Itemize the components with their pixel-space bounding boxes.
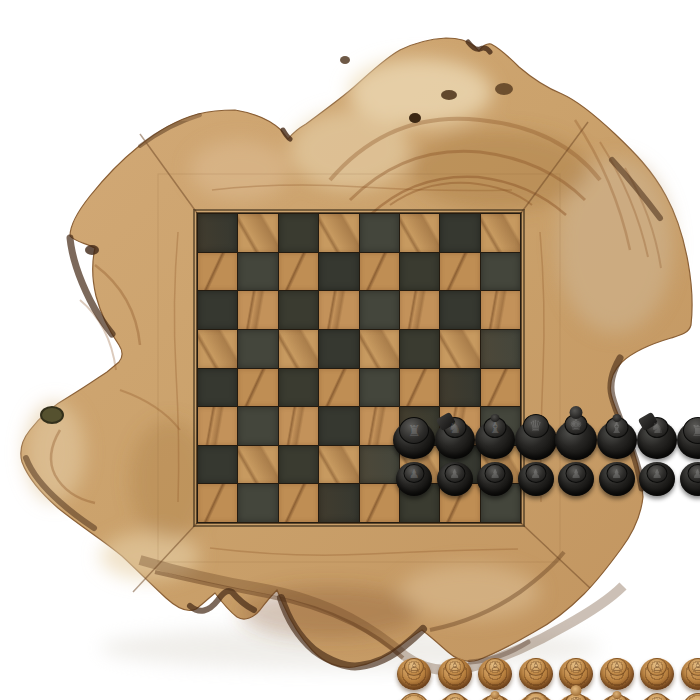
square-b6[interactable] xyxy=(238,291,277,329)
square-g7[interactable] xyxy=(440,253,479,291)
square-e5[interactable] xyxy=(360,330,399,368)
piece-black-pawn-g7[interactable]: ♟ xyxy=(638,454,676,496)
square-g4[interactable] xyxy=(440,369,479,407)
bishop-tip xyxy=(612,691,621,699)
piece-cap xyxy=(404,464,425,483)
square-e6[interactable] xyxy=(360,291,399,329)
square-c4[interactable] xyxy=(279,369,318,407)
chess-board: ♜♞♝♛♚♝♞♜♟♟♟♟♟♟♟♟♙♙♙♙♙♙♙♙♖♘♗♕♔♗♘♖ xyxy=(197,213,521,523)
piece-cap xyxy=(566,658,586,676)
piece-black-king-e8[interactable]: ♚ xyxy=(555,404,598,460)
piece-cap xyxy=(444,464,465,483)
piece-black-pawn-f7[interactable]: ♟ xyxy=(598,454,636,496)
piece-white-pawn-a2[interactable]: ♙ xyxy=(396,650,432,690)
square-b5[interactable] xyxy=(238,330,277,368)
piece-black-pawn-e7[interactable]: ♟ xyxy=(557,454,595,496)
piece-black-bishop-f8[interactable]: ♝ xyxy=(596,409,638,459)
piece-black-pawn-d7[interactable]: ♟ xyxy=(517,454,555,496)
piece-cap xyxy=(606,464,627,483)
square-d2[interactable] xyxy=(319,446,358,484)
piece-black-knight-g8[interactable]: ♞ xyxy=(636,409,678,459)
bishop-tip xyxy=(491,414,500,422)
piece-cap xyxy=(566,464,587,483)
bishop-tip xyxy=(612,414,621,422)
square-c1[interactable] xyxy=(279,484,318,522)
bishop-tip xyxy=(491,691,500,699)
square-d8[interactable] xyxy=(319,214,358,252)
square-b1[interactable] xyxy=(238,484,277,522)
piece-white-queen-d1[interactable]: ♕ xyxy=(515,686,556,700)
piece-white-knight-b1[interactable]: ♘ xyxy=(435,685,475,700)
square-h8[interactable] xyxy=(481,214,520,252)
piece-black-knight-b8[interactable]: ♞ xyxy=(434,409,476,459)
piece-white-pawn-c2[interactable]: ♙ xyxy=(477,650,513,690)
square-a6[interactable] xyxy=(198,291,237,329)
piece-cap xyxy=(485,658,505,676)
square-h6[interactable] xyxy=(481,291,520,329)
square-b7[interactable] xyxy=(238,253,277,291)
square-e8[interactable] xyxy=(360,214,399,252)
square-h7[interactable] xyxy=(481,253,520,291)
square-f6[interactable] xyxy=(400,291,439,329)
piece-cap xyxy=(647,464,668,483)
square-b4[interactable] xyxy=(238,369,277,407)
square-f7[interactable] xyxy=(400,253,439,291)
piece-white-king-e1[interactable]: ♔ xyxy=(556,684,597,700)
piece-white-knight-g1[interactable]: ♘ xyxy=(637,685,677,700)
piece-cap xyxy=(399,417,429,444)
square-a2[interactable] xyxy=(198,446,237,484)
square-g8[interactable] xyxy=(440,214,479,252)
piece-white-rook-h1[interactable]: ♖ xyxy=(678,687,700,700)
square-e7[interactable] xyxy=(360,253,399,291)
square-a4[interactable] xyxy=(198,369,237,407)
square-c8[interactable] xyxy=(279,214,318,252)
product-photo: ♜♞♝♛♚♝♞♜♟♟♟♟♟♟♟♟♙♙♙♙♙♙♙♙♖♘♗♕♔♗♘♖ xyxy=(0,0,700,700)
square-a5[interactable] xyxy=(198,330,237,368)
piece-cap xyxy=(646,693,668,700)
piece-black-pawn-b7[interactable]: ♟ xyxy=(436,454,474,496)
piece-white-pawn-h2[interactable]: ♙ xyxy=(680,650,700,690)
piece-cap xyxy=(647,658,667,676)
king-finial xyxy=(571,685,582,696)
square-b3[interactable] xyxy=(238,407,277,445)
square-c2[interactable] xyxy=(279,446,318,484)
square-c6[interactable] xyxy=(279,291,318,329)
square-d7[interactable] xyxy=(319,253,358,291)
piece-black-queen-d8[interactable]: ♛ xyxy=(514,408,557,460)
piece-black-pawn-h7[interactable]: ♟ xyxy=(679,454,700,496)
piece-cap xyxy=(526,658,546,676)
piece-cap xyxy=(444,693,466,700)
piece-black-rook-a8[interactable]: ♜ xyxy=(393,411,435,459)
square-f4[interactable] xyxy=(400,369,439,407)
square-g6[interactable] xyxy=(440,291,479,329)
piece-black-pawn-c7[interactable]: ♟ xyxy=(476,454,514,496)
square-e1[interactable] xyxy=(360,484,399,522)
square-h4[interactable] xyxy=(481,369,520,407)
piece-cap xyxy=(525,464,546,483)
piece-cap xyxy=(523,692,548,700)
square-b2[interactable] xyxy=(238,446,277,484)
king-finial xyxy=(570,406,583,419)
piece-cap xyxy=(445,658,465,676)
square-a1[interactable] xyxy=(198,484,237,522)
square-a3[interactable] xyxy=(198,407,237,445)
piece-cap xyxy=(523,414,549,438)
square-d1[interactable] xyxy=(319,484,358,522)
square-d6[interactable] xyxy=(319,291,358,329)
square-c5[interactable] xyxy=(279,330,318,368)
square-f8[interactable] xyxy=(400,214,439,252)
square-c7[interactable] xyxy=(279,253,318,291)
square-a7[interactable] xyxy=(198,253,237,291)
piece-white-pawn-d2[interactable]: ♙ xyxy=(518,650,554,690)
piece-cap xyxy=(485,464,506,483)
square-g5[interactable] xyxy=(440,330,479,368)
piece-black-bishop-c8[interactable]: ♝ xyxy=(474,409,516,459)
piece-cap xyxy=(684,693,700,700)
square-a8[interactable] xyxy=(198,214,237,252)
square-b8[interactable] xyxy=(238,214,277,252)
square-d5[interactable] xyxy=(319,330,358,368)
square-e4[interactable] xyxy=(360,369,399,407)
piece-white-rook-a1[interactable]: ♖ xyxy=(394,687,434,700)
piece-cap xyxy=(400,693,428,700)
piece-cap xyxy=(607,658,627,676)
square-d3[interactable] xyxy=(319,407,358,445)
piece-black-pawn-a7[interactable]: ♟ xyxy=(395,454,433,496)
square-h5[interactable] xyxy=(481,330,520,368)
square-d4[interactable] xyxy=(319,369,358,407)
piece-cap xyxy=(404,658,424,676)
piece-white-pawn-f2[interactable]: ♙ xyxy=(599,650,635,690)
piece-white-bishop-c1[interactable]: ♗ xyxy=(475,687,515,700)
piece-white-bishop-f1[interactable]: ♗ xyxy=(597,687,637,700)
square-f5[interactable] xyxy=(400,330,439,368)
piece-black-rook-h8[interactable]: ♜ xyxy=(677,411,700,459)
square-c3[interactable] xyxy=(279,407,318,445)
